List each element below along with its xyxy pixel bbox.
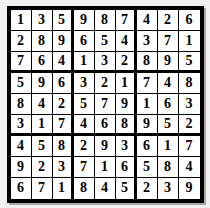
cell-r4c3[interactable]: 6 (53, 73, 74, 94)
cell-r7c2[interactable]: 5 (32, 136, 53, 157)
cell-r3c7[interactable]: 8 (137, 52, 158, 73)
cell-r2c6[interactable]: 4 (116, 31, 137, 52)
cell-r3c6[interactable]: 2 (116, 52, 137, 73)
cell-r7c4[interactable]: 2 (74, 136, 95, 157)
cell-r1c4[interactable]: 9 (74, 10, 95, 31)
cell-r8c6[interactable]: 6 (116, 157, 137, 178)
cell-r3c1[interactable]: 7 (11, 52, 32, 73)
cell-r2c2[interactable]: 8 (32, 31, 53, 52)
cell-r6c8[interactable]: 5 (158, 115, 179, 136)
cell-r8c7[interactable]: 5 (137, 157, 158, 178)
cell-r3c8[interactable]: 9 (158, 52, 179, 73)
cell-r3c3[interactable]: 4 (53, 52, 74, 73)
cell-r8c8[interactable]: 8 (158, 157, 179, 178)
cell-r1c3[interactable]: 5 (53, 10, 74, 31)
cell-r7c5[interactable]: 9 (95, 136, 116, 157)
cell-r5c8[interactable]: 6 (158, 94, 179, 115)
cell-r4c7[interactable]: 7 (137, 73, 158, 94)
cell-r4c4[interactable]: 3 (74, 73, 95, 94)
cell-r1c8[interactable]: 2 (158, 10, 179, 31)
cell-r4c5[interactable]: 2 (95, 73, 116, 94)
cell-r4c9[interactable]: 8 (179, 73, 200, 94)
cell-r5c9[interactable]: 3 (179, 94, 200, 115)
cell-r5c7[interactable]: 1 (137, 94, 158, 115)
cell-r7c9[interactable]: 7 (179, 136, 200, 157)
cell-r3c5[interactable]: 3 (95, 52, 116, 73)
cell-r3c9[interactable]: 5 (179, 52, 200, 73)
cell-r5c1[interactable]: 8 (11, 94, 32, 115)
cell-r5c3[interactable]: 2 (53, 94, 74, 115)
cell-r1c5[interactable]: 8 (95, 10, 116, 31)
cell-r6c4[interactable]: 4 (74, 115, 95, 136)
cell-r7c8[interactable]: 1 (158, 136, 179, 157)
cell-r7c3[interactable]: 8 (53, 136, 74, 157)
cell-r4c1[interactable]: 5 (11, 73, 32, 94)
page: 1359874262896543717641328955963217488425… (0, 0, 210, 208)
cell-r1c9[interactable]: 6 (179, 10, 200, 31)
cell-r3c4[interactable]: 1 (74, 52, 95, 73)
cell-r9c6[interactable]: 5 (116, 178, 137, 199)
cell-r9c5[interactable]: 4 (95, 178, 116, 199)
cell-r2c1[interactable]: 2 (11, 31, 32, 52)
cell-r8c4[interactable]: 7 (74, 157, 95, 178)
cell-r7c7[interactable]: 6 (137, 136, 158, 157)
cell-r9c9[interactable]: 9 (179, 178, 200, 199)
sudoku-board: 1359874262896543717641328955963217488425… (7, 6, 204, 203)
cell-r8c9[interactable]: 4 (179, 157, 200, 178)
cell-r2c7[interactable]: 3 (137, 31, 158, 52)
cell-r5c2[interactable]: 4 (32, 94, 53, 115)
cell-r1c6[interactable]: 7 (116, 10, 137, 31)
cell-r4c2[interactable]: 9 (32, 73, 53, 94)
cell-r4c8[interactable]: 4 (158, 73, 179, 94)
cell-r6c5[interactable]: 6 (95, 115, 116, 136)
cell-r8c1[interactable]: 9 (11, 157, 32, 178)
cell-r6c7[interactable]: 9 (137, 115, 158, 136)
cell-r9c4[interactable]: 8 (74, 178, 95, 199)
cell-r4c6[interactable]: 1 (116, 73, 137, 94)
cell-r2c5[interactable]: 5 (95, 31, 116, 52)
cell-r1c2[interactable]: 3 (32, 10, 53, 31)
cell-r9c2[interactable]: 7 (32, 178, 53, 199)
cell-r3c2[interactable]: 6 (32, 52, 53, 73)
cell-r6c1[interactable]: 3 (11, 115, 32, 136)
cell-r7c1[interactable]: 4 (11, 136, 32, 157)
cell-r6c2[interactable]: 1 (32, 115, 53, 136)
cell-r8c5[interactable]: 1 (95, 157, 116, 178)
cell-r2c8[interactable]: 7 (158, 31, 179, 52)
cell-r9c7[interactable]: 2 (137, 178, 158, 199)
cell-r8c2[interactable]: 2 (32, 157, 53, 178)
cell-r9c8[interactable]: 3 (158, 178, 179, 199)
cell-r5c6[interactable]: 9 (116, 94, 137, 115)
cell-r1c7[interactable]: 4 (137, 10, 158, 31)
cell-r7c6[interactable]: 3 (116, 136, 137, 157)
cell-r2c9[interactable]: 1 (179, 31, 200, 52)
cell-r5c5[interactable]: 7 (95, 94, 116, 115)
cell-r2c4[interactable]: 6 (74, 31, 95, 52)
cell-r2c3[interactable]: 9 (53, 31, 74, 52)
cell-r9c1[interactable]: 6 (11, 178, 32, 199)
cell-r6c6[interactable]: 8 (116, 115, 137, 136)
cell-r6c9[interactable]: 2 (179, 115, 200, 136)
cell-r9c3[interactable]: 1 (53, 178, 74, 199)
cell-r6c3[interactable]: 7 (53, 115, 74, 136)
cell-r5c4[interactable]: 5 (74, 94, 95, 115)
cell-r8c3[interactable]: 3 (53, 157, 74, 178)
cell-r1c1[interactable]: 1 (11, 10, 32, 31)
